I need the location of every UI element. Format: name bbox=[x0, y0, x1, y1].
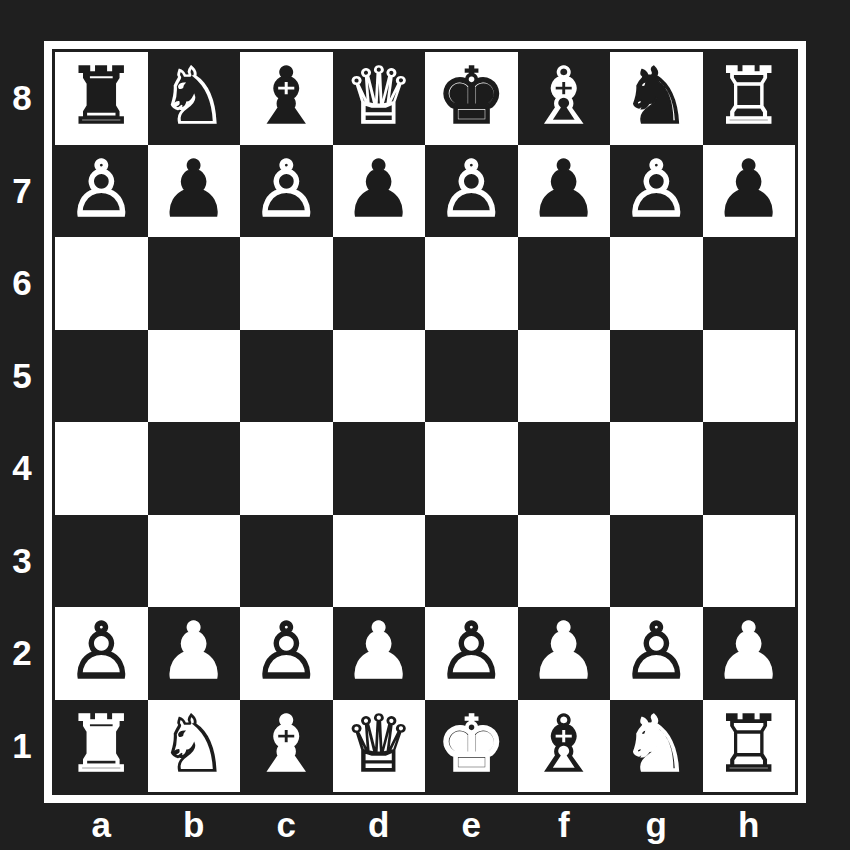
rank-label-8: 8 bbox=[0, 52, 44, 145]
rank-label-6: 6 bbox=[0, 237, 44, 330]
square-f6[interactable] bbox=[518, 237, 611, 330]
piece-black-pawn[interactable]: ♙ bbox=[66, 150, 136, 228]
piece-white-rook[interactable]: ♖ bbox=[714, 705, 784, 783]
piece-white-bishop[interactable]: ♝ bbox=[251, 705, 321, 783]
square-h3[interactable] bbox=[703, 515, 796, 608]
square-a7[interactable]: ♙ bbox=[55, 145, 148, 238]
chess-board: ♜♘♝♕♚♗♞♖♙♟♙♟♙♟♙♟♙♟♙♟♙♟♙♟♜♘♝♕♚♗♞♖ bbox=[55, 52, 795, 792]
square-f1[interactable]: ♗ bbox=[518, 700, 611, 793]
file-label-a: a bbox=[55, 803, 148, 847]
square-b5[interactable] bbox=[148, 330, 241, 423]
square-f5[interactable] bbox=[518, 330, 611, 423]
file-label-b: b bbox=[148, 803, 241, 847]
rank-label-4: 4 bbox=[0, 422, 44, 515]
file-label-e: e bbox=[425, 803, 518, 847]
square-b1[interactable]: ♘ bbox=[148, 700, 241, 793]
square-e1[interactable]: ♚ bbox=[425, 700, 518, 793]
rank-label-7: 7 bbox=[0, 145, 44, 238]
piece-white-pawn[interactable]: ♙ bbox=[436, 612, 506, 690]
rank-label-2: 2 bbox=[0, 607, 44, 700]
square-d6[interactable] bbox=[333, 237, 426, 330]
piece-black-pawn[interactable]: ♟ bbox=[714, 150, 784, 228]
square-a6[interactable] bbox=[55, 237, 148, 330]
square-g6[interactable] bbox=[610, 237, 703, 330]
piece-black-pawn[interactable]: ♙ bbox=[436, 150, 506, 228]
square-f8[interactable]: ♗ bbox=[518, 52, 611, 145]
file-label-c: c bbox=[240, 803, 333, 847]
square-g1[interactable]: ♞ bbox=[610, 700, 703, 793]
piece-white-knight[interactable]: ♘ bbox=[159, 705, 229, 783]
square-c6[interactable] bbox=[240, 237, 333, 330]
piece-black-bishop[interactable]: ♝ bbox=[251, 57, 321, 135]
rank-label-1: 1 bbox=[0, 700, 44, 793]
file-labels: abcdefgh bbox=[55, 803, 795, 847]
square-a3[interactable] bbox=[55, 515, 148, 608]
piece-white-bishop[interactable]: ♗ bbox=[529, 705, 599, 783]
square-h1[interactable]: ♖ bbox=[703, 700, 796, 793]
piece-white-pawn[interactable]: ♙ bbox=[621, 612, 691, 690]
square-e2[interactable]: ♙ bbox=[425, 607, 518, 700]
piece-white-rook[interactable]: ♜ bbox=[66, 705, 136, 783]
square-e8[interactable]: ♚ bbox=[425, 52, 518, 145]
square-b4[interactable] bbox=[148, 422, 241, 515]
piece-black-pawn[interactable]: ♟ bbox=[159, 150, 229, 228]
square-g2[interactable]: ♙ bbox=[610, 607, 703, 700]
piece-white-pawn[interactable]: ♙ bbox=[66, 612, 136, 690]
piece-white-knight[interactable]: ♞ bbox=[621, 705, 691, 783]
piece-black-knight[interactable]: ♘ bbox=[159, 57, 229, 135]
file-label-g: g bbox=[610, 803, 703, 847]
piece-white-pawn[interactable]: ♟ bbox=[714, 612, 784, 690]
square-h5[interactable] bbox=[703, 330, 796, 423]
piece-black-queen[interactable]: ♕ bbox=[344, 57, 414, 135]
rank-label-5: 5 bbox=[0, 330, 44, 423]
file-label-h: h bbox=[703, 803, 796, 847]
square-b7[interactable]: ♟ bbox=[148, 145, 241, 238]
square-c4[interactable] bbox=[240, 422, 333, 515]
square-g8[interactable]: ♞ bbox=[610, 52, 703, 145]
piece-black-king[interactable]: ♚ bbox=[436, 57, 506, 135]
square-c3[interactable] bbox=[240, 515, 333, 608]
square-d4[interactable] bbox=[333, 422, 426, 515]
piece-white-pawn[interactable]: ♟ bbox=[159, 612, 229, 690]
square-d7[interactable]: ♟ bbox=[333, 145, 426, 238]
piece-black-pawn[interactable]: ♙ bbox=[621, 150, 691, 228]
square-d8[interactable]: ♕ bbox=[333, 52, 426, 145]
square-g7[interactable]: ♙ bbox=[610, 145, 703, 238]
square-b6[interactable] bbox=[148, 237, 241, 330]
piece-black-knight[interactable]: ♞ bbox=[621, 57, 691, 135]
square-h7[interactable]: ♟ bbox=[703, 145, 796, 238]
file-label-d: d bbox=[333, 803, 426, 847]
square-b2[interactable]: ♟ bbox=[148, 607, 241, 700]
square-b8[interactable]: ♘ bbox=[148, 52, 241, 145]
piece-black-rook[interactable]: ♜ bbox=[66, 57, 136, 135]
piece-black-pawn[interactable]: ♟ bbox=[344, 150, 414, 228]
square-c8[interactable]: ♝ bbox=[240, 52, 333, 145]
square-d1[interactable]: ♕ bbox=[333, 700, 426, 793]
piece-black-bishop[interactable]: ♗ bbox=[529, 57, 599, 135]
square-f3[interactable] bbox=[518, 515, 611, 608]
square-f4[interactable] bbox=[518, 422, 611, 515]
piece-white-pawn[interactable]: ♟ bbox=[529, 612, 599, 690]
rank-labels: 87654321 bbox=[0, 52, 44, 792]
square-c5[interactable] bbox=[240, 330, 333, 423]
square-a2[interactable]: ♙ bbox=[55, 607, 148, 700]
square-e5[interactable] bbox=[425, 330, 518, 423]
square-h2[interactable]: ♟ bbox=[703, 607, 796, 700]
square-a8[interactable]: ♜ bbox=[55, 52, 148, 145]
rank-label-3: 3 bbox=[0, 515, 44, 608]
square-h6[interactable] bbox=[703, 237, 796, 330]
square-d5[interactable] bbox=[333, 330, 426, 423]
piece-black-rook[interactable]: ♖ bbox=[714, 57, 784, 135]
piece-black-pawn[interactable]: ♙ bbox=[251, 150, 321, 228]
square-f2[interactable]: ♟ bbox=[518, 607, 611, 700]
piece-white-queen[interactable]: ♕ bbox=[344, 705, 414, 783]
file-label-f: f bbox=[518, 803, 611, 847]
square-e4[interactable] bbox=[425, 422, 518, 515]
piece-white-king[interactable]: ♚ bbox=[436, 705, 506, 783]
piece-white-pawn[interactable]: ♙ bbox=[251, 612, 321, 690]
square-e6[interactable] bbox=[425, 237, 518, 330]
square-d2[interactable]: ♟ bbox=[333, 607, 426, 700]
piece-white-pawn[interactable]: ♟ bbox=[344, 612, 414, 690]
square-g5[interactable] bbox=[610, 330, 703, 423]
square-c1[interactable]: ♝ bbox=[240, 700, 333, 793]
square-c7[interactable]: ♙ bbox=[240, 145, 333, 238]
square-a4[interactable] bbox=[55, 422, 148, 515]
square-f7[interactable]: ♟ bbox=[518, 145, 611, 238]
square-h8[interactable]: ♖ bbox=[703, 52, 796, 145]
piece-black-pawn[interactable]: ♟ bbox=[529, 150, 599, 228]
square-e7[interactable]: ♙ bbox=[425, 145, 518, 238]
square-e3[interactable] bbox=[425, 515, 518, 608]
square-c2[interactable]: ♙ bbox=[240, 607, 333, 700]
square-g3[interactable] bbox=[610, 515, 703, 608]
chess-board-frame: ♜♘♝♕♚♗♞♖♙♟♙♟♙♟♙♟♙♟♙♟♙♟♙♟♜♘♝♕♚♗♞♖ bbox=[44, 41, 806, 803]
square-a5[interactable] bbox=[55, 330, 148, 423]
square-d3[interactable] bbox=[333, 515, 426, 608]
square-b3[interactable] bbox=[148, 515, 241, 608]
square-a1[interactable]: ♜ bbox=[55, 700, 148, 793]
square-g4[interactable] bbox=[610, 422, 703, 515]
square-h4[interactable] bbox=[703, 422, 796, 515]
